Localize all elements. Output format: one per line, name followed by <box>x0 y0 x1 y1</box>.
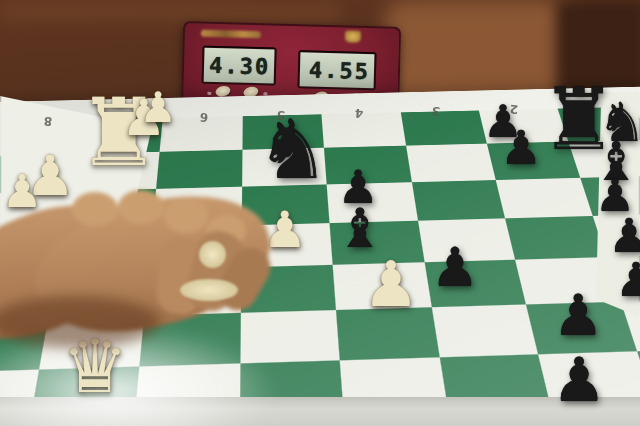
captured-white-queen[interactable]: ♛ <box>62 329 128 403</box>
captured-white-pawn-4[interactable]: ♟ <box>1 168 42 214</box>
black-pawn-g2[interactable]: ♟ <box>500 124 542 171</box>
black-pawn-b2[interactable]: ♟ <box>552 287 603 344</box>
captured-black-pawn-3[interactable]: ♟ <box>615 256 640 303</box>
white-bishop-in-hand[interactable]: ♝ <box>179 245 236 309</box>
black-pawn-a2[interactable]: ♟ <box>552 349 607 410</box>
left-player-clock-display: 4.30 <box>202 46 277 86</box>
black-bishop-e4[interactable]: ♝ <box>336 202 384 256</box>
clock-brand-script <box>201 30 261 39</box>
lcd-screen: 4.55 <box>300 52 375 88</box>
clock-crest-emblem <box>345 30 361 42</box>
white-pawn-c4[interactable]: ♟ <box>363 253 419 316</box>
black-knight-f5[interactable]: ♞ <box>256 109 330 191</box>
white-pawn-e5[interactable]: ♟ <box>263 205 308 255</box>
black-pawn-c3[interactable]: ♟ <box>431 241 479 295</box>
clock-button-tick <box>207 92 211 95</box>
captured-white-pawn-2[interactable]: ♟ <box>139 87 177 129</box>
photo-scene: 4.30 4.55 START STOP 87654321 ♟♟♝♞♟♝♟♟♟♜… <box>0 0 640 426</box>
lcd-screen: 4.30 <box>204 48 275 84</box>
table-wood-streak <box>0 0 340 22</box>
right-time: 4.55 <box>309 57 371 84</box>
left-time: 4.30 <box>209 52 271 79</box>
right-player-clock-display: 4.55 <box>298 50 377 90</box>
